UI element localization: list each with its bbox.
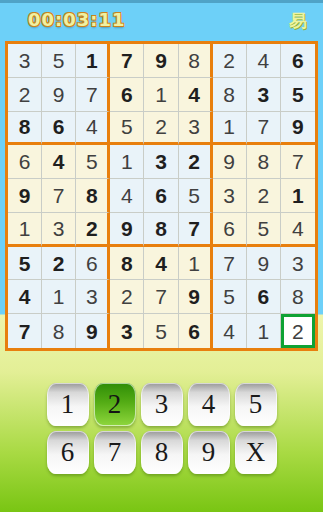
cell-r5c5[interactable]: 6	[144, 179, 178, 213]
cell-r2c4[interactable]: 6	[110, 78, 144, 112]
cell-r8c2[interactable]: 1	[42, 280, 76, 314]
cell-r4c6[interactable]: 2	[179, 145, 213, 179]
cell-r6c7[interactable]: 6	[213, 213, 247, 247]
cell-r4c7[interactable]: 9	[213, 145, 247, 179]
cell-r6c5[interactable]: 8	[144, 213, 178, 247]
cell-r2c6[interactable]: 4	[179, 78, 213, 112]
cell-r7c2[interactable]: 2	[42, 247, 76, 281]
cell-r8c9[interactable]: 8	[281, 280, 315, 314]
number-pad: 123456789X	[47, 383, 277, 474]
cell-r1c9[interactable]: 6	[281, 44, 315, 78]
cell-r1c6[interactable]: 8	[179, 44, 213, 78]
cell-r5c8[interactable]: 2	[247, 179, 281, 213]
cell-r2c7[interactable]: 8	[213, 78, 247, 112]
cell-r4c2[interactable]: 4	[42, 145, 76, 179]
cell-r5c7[interactable]: 3	[213, 179, 247, 213]
key-1[interactable]: 1	[47, 383, 89, 426]
cell-r4c8[interactable]: 8	[247, 145, 281, 179]
cell-r2c9[interactable]: 5	[281, 78, 315, 112]
cell-r5c4[interactable]: 4	[110, 179, 144, 213]
cell-r6c2[interactable]: 3	[42, 213, 76, 247]
cell-r5c2[interactable]: 7	[42, 179, 76, 213]
cell-r7c3[interactable]: 6	[76, 247, 110, 281]
cell-r9c6[interactable]: 6	[179, 314, 213, 348]
cell-r1c7[interactable]: 2	[213, 44, 247, 78]
cell-r3c2[interactable]: 6	[42, 112, 76, 146]
cell-r3c4[interactable]: 5	[110, 112, 144, 146]
cell-r4c3[interactable]: 5	[76, 145, 110, 179]
cell-r3c5[interactable]: 2	[144, 112, 178, 146]
cell-r8c6[interactable]: 9	[179, 280, 213, 314]
cell-r9c3[interactable]: 9	[76, 314, 110, 348]
cell-r9c7[interactable]: 4	[213, 314, 247, 348]
cell-r6c3[interactable]: 2	[76, 213, 110, 247]
sudoku-board: 3517982462976148358645231796451329879784…	[5, 41, 318, 351]
cell-r8c3[interactable]: 3	[76, 280, 110, 314]
key-5[interactable]: 5	[235, 383, 277, 426]
cell-r9c8[interactable]: 1	[247, 314, 281, 348]
difficulty-label: 易	[289, 9, 307, 33]
cell-r2c2[interactable]: 9	[42, 78, 76, 112]
cell-r9c9[interactable]: 2	[281, 314, 315, 348]
cell-r5c6[interactable]: 5	[179, 179, 213, 213]
cell-r4c5[interactable]: 3	[144, 145, 178, 179]
key-clear[interactable]: X	[235, 431, 277, 474]
cell-r2c5[interactable]: 1	[144, 78, 178, 112]
cell-r5c1[interactable]: 9	[8, 179, 42, 213]
cell-r5c3[interactable]: 8	[76, 179, 110, 213]
cell-r7c9[interactable]: 3	[281, 247, 315, 281]
key-6[interactable]: 6	[47, 431, 89, 474]
cell-r6c4[interactable]: 9	[110, 213, 144, 247]
cell-r1c3[interactable]: 1	[76, 44, 110, 78]
key-2[interactable]: 2	[94, 383, 136, 426]
game-timer: 00:03:11	[28, 9, 126, 30]
cell-r6c9[interactable]: 4	[281, 213, 315, 247]
cell-r2c1[interactable]: 2	[8, 78, 42, 112]
cell-r4c9[interactable]: 7	[281, 145, 315, 179]
cell-r3c8[interactable]: 7	[247, 112, 281, 146]
cell-r9c5[interactable]: 5	[144, 314, 178, 348]
cell-r8c1[interactable]: 4	[8, 280, 42, 314]
cell-r1c1[interactable]: 3	[8, 44, 42, 78]
key-3[interactable]: 3	[141, 383, 183, 426]
cell-r1c2[interactable]: 5	[42, 44, 76, 78]
cell-r4c4[interactable]: 1	[110, 145, 144, 179]
cell-r8c7[interactable]: 5	[213, 280, 247, 314]
cell-r3c7[interactable]: 1	[213, 112, 247, 146]
key-8[interactable]: 8	[141, 431, 183, 474]
cell-r6c6[interactable]: 7	[179, 213, 213, 247]
cell-r9c2[interactable]: 8	[42, 314, 76, 348]
top-bar: 00:03:11 易	[0, 0, 323, 41]
cell-r6c1[interactable]: 1	[8, 213, 42, 247]
key-7[interactable]: 7	[94, 431, 136, 474]
cell-r3c9[interactable]: 9	[281, 112, 315, 146]
cell-r2c8[interactable]: 3	[247, 78, 281, 112]
cell-r7c8[interactable]: 9	[247, 247, 281, 281]
key-4[interactable]: 4	[188, 383, 230, 426]
cell-r5c9[interactable]: 1	[281, 179, 315, 213]
cell-r6c8[interactable]: 5	[247, 213, 281, 247]
cell-r1c8[interactable]: 4	[247, 44, 281, 78]
cell-r9c1[interactable]: 7	[8, 314, 42, 348]
cell-r7c6[interactable]: 1	[179, 247, 213, 281]
cell-r1c5[interactable]: 9	[144, 44, 178, 78]
cell-r9c4[interactable]: 3	[110, 314, 144, 348]
key-9[interactable]: 9	[188, 431, 230, 474]
cell-r8c8[interactable]: 6	[247, 280, 281, 314]
cell-r2c3[interactable]: 7	[76, 78, 110, 112]
cell-r7c1[interactable]: 5	[8, 247, 42, 281]
cell-r1c4[interactable]: 7	[110, 44, 144, 78]
cell-r4c1[interactable]: 6	[8, 145, 42, 179]
cell-r8c4[interactable]: 2	[110, 280, 144, 314]
cell-r7c5[interactable]: 4	[144, 247, 178, 281]
cell-r7c7[interactable]: 7	[213, 247, 247, 281]
cell-r3c1[interactable]: 8	[8, 112, 42, 146]
cell-r8c5[interactable]: 7	[144, 280, 178, 314]
cell-r7c4[interactable]: 8	[110, 247, 144, 281]
cell-r3c6[interactable]: 3	[179, 112, 213, 146]
cell-r3c3[interactable]: 4	[76, 112, 110, 146]
